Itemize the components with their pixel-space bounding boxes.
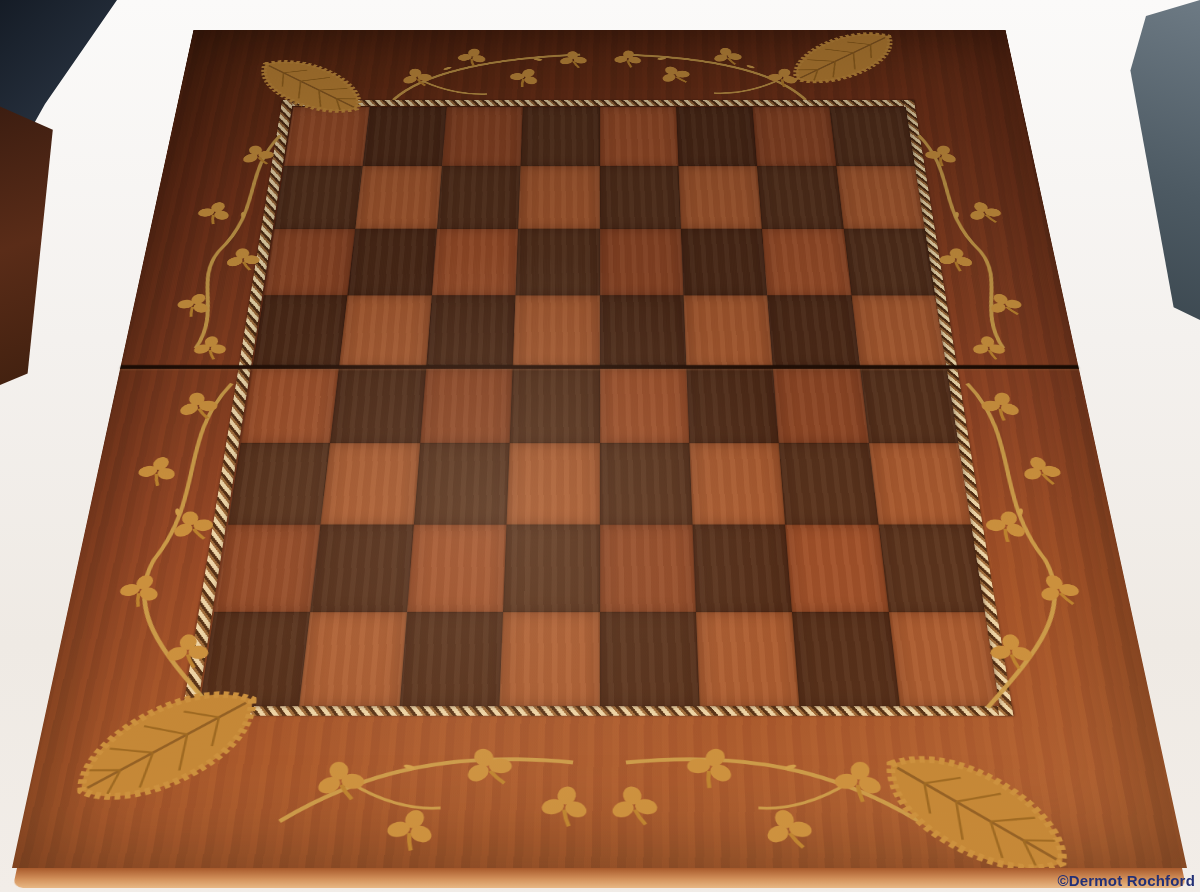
lighting-overlay bbox=[12, 30, 1187, 868]
photo-stage: ©Dermot Rochford bbox=[0, 0, 1200, 892]
photographer-watermark: ©Dermot Rochford bbox=[1057, 872, 1195, 889]
board-bottom-edge bbox=[13, 868, 1187, 888]
games-board bbox=[12, 30, 1187, 868]
scene bbox=[0, 0, 1200, 892]
